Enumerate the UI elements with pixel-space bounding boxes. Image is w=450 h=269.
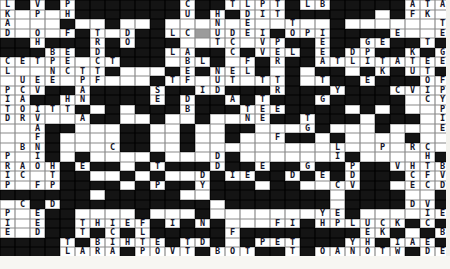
grid-cell[interactable] [165, 171, 180, 181]
grid-cell[interactable] [210, 209, 225, 219]
grid-cell[interactable] [420, 133, 435, 143]
grid-cell[interactable]: I [390, 238, 405, 248]
grid-cell[interactable]: E [240, 29, 255, 39]
grid-cell[interactable]: P [270, 38, 285, 48]
grid-cell[interactable]: A [15, 162, 30, 172]
grid-cell[interactable]: D [45, 200, 60, 210]
grid-cell[interactable]: O [30, 162, 45, 172]
grid-cell[interactable] [300, 19, 315, 29]
grid-cell[interactable]: E [240, 19, 255, 29]
grid-cell[interactable]: G [300, 162, 315, 172]
grid-cell[interactable]: T [240, 105, 255, 115]
grid-cell[interactable]: U [180, 10, 195, 20]
grid-cell[interactable] [30, 171, 45, 181]
grid-cell[interactable] [90, 124, 105, 134]
grid-cell[interactable]: T [420, 38, 435, 48]
grid-cell[interactable] [330, 124, 345, 134]
grid-cell[interactable]: T [420, 162, 435, 172]
grid-cell[interactable]: T [300, 114, 315, 124]
grid-cell[interactable]: F [90, 76, 105, 86]
grid-cell[interactable]: D [210, 162, 225, 172]
grid-cell[interactable]: D [30, 228, 45, 238]
grid-cell[interactable] [120, 114, 135, 124]
grid-cell[interactable] [420, 19, 435, 29]
grid-cell[interactable] [240, 219, 255, 229]
grid-cell[interactable]: D [210, 86, 225, 96]
grid-cell[interactable]: F [60, 29, 75, 39]
grid-cell[interactable] [375, 152, 390, 162]
grid-cell[interactable]: C [420, 143, 435, 153]
grid-cell[interactable] [195, 38, 210, 48]
grid-cell[interactable] [405, 124, 420, 134]
grid-cell[interactable] [210, 124, 225, 134]
grid-cell[interactable] [15, 181, 30, 191]
grid-cell[interactable] [360, 209, 375, 219]
grid-cell[interactable] [255, 219, 270, 229]
grid-cell[interactable]: V [30, 114, 45, 124]
grid-cell[interactable]: I [315, 29, 330, 39]
grid-cell[interactable] [165, 143, 180, 153]
grid-cell[interactable] [255, 143, 270, 153]
grid-cell[interactable] [165, 114, 180, 124]
grid-cell[interactable] [345, 124, 360, 134]
grid-cell[interactable] [195, 124, 210, 134]
grid-cell[interactable] [270, 143, 285, 153]
grid-cell[interactable] [90, 171, 105, 181]
grid-cell[interactable] [255, 133, 270, 143]
grid-cell[interactable]: C [390, 86, 405, 96]
grid-cell[interactable] [315, 19, 330, 29]
grid-cell[interactable]: N [210, 19, 225, 29]
grid-cell[interactable]: E [360, 228, 375, 238]
grid-cell[interactable]: E [15, 57, 30, 67]
grid-cell[interactable] [120, 105, 135, 115]
grid-cell[interactable] [75, 57, 90, 67]
grid-cell[interactable]: V [390, 162, 405, 172]
grid-cell[interactable]: H [60, 95, 75, 105]
grid-cell[interactable] [300, 67, 315, 77]
grid-cell[interactable]: T [255, 76, 270, 86]
grid-cell[interactable]: I [285, 219, 300, 229]
grid-cell[interactable]: T [90, 67, 105, 77]
grid-cell[interactable]: V [30, 86, 45, 96]
grid-cell[interactable]: L [240, 67, 255, 77]
grid-cell[interactable] [315, 181, 330, 191]
grid-cell[interactable] [390, 181, 405, 191]
grid-cell[interactable]: D [345, 48, 360, 58]
grid-cell[interactable] [60, 114, 75, 124]
grid-cell[interactable]: T [315, 76, 330, 86]
grid-cell[interactable]: R [270, 86, 285, 96]
grid-cell[interactable]: L [240, 0, 255, 10]
grid-cell[interactable]: T [75, 219, 90, 229]
grid-cell[interactable]: E [30, 209, 45, 219]
grid-cell[interactable] [240, 209, 255, 219]
grid-cell[interactable]: A [0, 19, 15, 29]
grid-cell[interactable]: L [0, 67, 15, 77]
grid-cell[interactable] [345, 105, 360, 115]
grid-cell[interactable] [120, 209, 135, 219]
grid-cell[interactable] [330, 200, 345, 210]
grid-cell[interactable] [105, 133, 120, 143]
grid-cell[interactable] [60, 133, 75, 143]
grid-cell[interactable]: D [285, 171, 300, 181]
grid-cell[interactable] [225, 114, 240, 124]
grid-cell[interactable]: T [225, 76, 240, 86]
grid-cell[interactable] [195, 143, 210, 153]
grid-cell[interactable]: T [90, 29, 105, 39]
grid-cell[interactable] [345, 19, 360, 29]
grid-cell[interactable] [360, 124, 375, 134]
grid-cell[interactable]: E [150, 238, 165, 248]
grid-cell[interactable] [180, 114, 195, 124]
grid-cell[interactable]: H [120, 238, 135, 248]
grid-cell[interactable]: A [225, 95, 240, 105]
grid-cell[interactable] [90, 19, 105, 29]
grid-cell[interactable] [240, 38, 255, 48]
grid-cell[interactable]: C [0, 57, 15, 67]
grid-cell[interactable]: P [60, 0, 75, 10]
grid-cell[interactable] [45, 19, 60, 29]
grid-cell[interactable]: I [255, 10, 270, 20]
grid-cell[interactable] [360, 152, 375, 162]
grid-cell[interactable] [255, 152, 270, 162]
grid-cell[interactable] [120, 152, 135, 162]
grid-cell[interactable]: T [60, 238, 75, 248]
grid-cell[interactable]: G [360, 38, 375, 48]
grid-cell[interactable] [165, 152, 180, 162]
grid-cell[interactable]: T [330, 57, 345, 67]
grid-cell[interactable] [150, 67, 165, 77]
grid-cell[interactable]: E [30, 219, 45, 229]
grid-cell[interactable]: L [165, 29, 180, 39]
grid-cell[interactable]: F [405, 10, 420, 20]
grid-cell[interactable] [375, 133, 390, 143]
grid-cell[interactable]: T [135, 238, 150, 248]
grid-cell[interactable] [120, 67, 135, 77]
grid-cell[interactable] [60, 76, 75, 86]
grid-cell[interactable] [45, 114, 60, 124]
grid-cell[interactable]: A [180, 48, 195, 58]
grid-cell[interactable]: I [330, 152, 345, 162]
grid-cell[interactable] [390, 209, 405, 219]
grid-cell[interactable]: N [75, 95, 90, 105]
grid-cell[interactable]: K [0, 10, 15, 20]
grid-cell[interactable] [135, 171, 150, 181]
grid-cell[interactable]: P [150, 181, 165, 191]
grid-cell[interactable] [285, 209, 300, 219]
grid-cell[interactable]: E [360, 76, 375, 86]
grid-cell[interactable]: L [0, 0, 15, 10]
grid-cell[interactable] [180, 38, 195, 48]
grid-cell[interactable] [0, 76, 15, 86]
grid-cell[interactable] [105, 171, 120, 181]
grid-cell[interactable]: T [375, 57, 390, 67]
grid-cell[interactable]: O [420, 76, 435, 86]
grid-cell[interactable]: F [270, 133, 285, 143]
grid-cell[interactable]: R [90, 38, 105, 48]
grid-cell[interactable]: H [210, 10, 225, 20]
grid-cell[interactable]: D [90, 48, 105, 58]
grid-cell[interactable] [45, 29, 60, 39]
grid-cell[interactable]: E [45, 76, 60, 86]
grid-cell[interactable]: V [255, 38, 270, 48]
grid-cell[interactable]: T [30, 57, 45, 67]
grid-cell[interactable]: V [420, 200, 435, 210]
grid-cell[interactable]: I [0, 171, 15, 181]
grid-cell[interactable] [15, 67, 30, 77]
grid-cell[interactable]: P [75, 76, 90, 86]
grid-cell[interactable] [225, 238, 240, 248]
grid-cell[interactable]: B [15, 143, 30, 153]
grid-cell[interactable]: N [210, 67, 225, 77]
grid-cell[interactable]: E [315, 38, 330, 48]
grid-cell[interactable]: E [255, 105, 270, 115]
grid-cell[interactable]: C [90, 57, 105, 67]
grid-cell[interactable] [105, 152, 120, 162]
grid-cell[interactable]: N [45, 67, 60, 77]
grid-cell[interactable] [165, 124, 180, 134]
grid-cell[interactable]: F [135, 219, 150, 229]
grid-cell[interactable] [315, 133, 330, 143]
grid-cell[interactable]: H [30, 38, 45, 48]
grid-cell[interactable]: P [0, 152, 15, 162]
grid-cell[interactable]: T [285, 238, 300, 248]
grid-cell[interactable]: G [300, 124, 315, 134]
grid-cell[interactable]: D [405, 200, 420, 210]
grid-cell[interactable]: U [360, 219, 375, 229]
grid-cell[interactable] [225, 143, 240, 153]
grid-cell[interactable]: B [90, 238, 105, 248]
grid-cell[interactable]: H [90, 219, 105, 229]
grid-cell[interactable]: D [240, 10, 255, 20]
grid-cell[interactable]: P [330, 219, 345, 229]
grid-cell[interactable]: U [15, 76, 30, 86]
grid-cell[interactable] [60, 143, 75, 153]
grid-cell[interactable] [0, 124, 15, 134]
grid-cell[interactable]: K [420, 10, 435, 20]
grid-cell[interactable] [420, 114, 435, 124]
grid-cell[interactable] [240, 152, 255, 162]
grid-cell[interactable]: C [60, 67, 75, 77]
grid-cell[interactable]: D [0, 114, 15, 124]
grid-cell[interactable]: A [75, 86, 90, 96]
grid-cell[interactable]: E [120, 219, 135, 229]
grid-cell[interactable]: B [315, 0, 330, 10]
grid-cell[interactable]: E [390, 29, 405, 39]
grid-cell[interactable] [105, 29, 120, 39]
grid-cell[interactable] [180, 152, 195, 162]
grid-cell[interactable]: D [0, 29, 15, 39]
grid-cell[interactable]: L [330, 143, 345, 153]
grid-cell[interactable]: C [375, 219, 390, 229]
grid-cell[interactable] [405, 209, 420, 219]
grid-cell[interactable]: T [45, 105, 60, 115]
grid-cell[interactable]: S [150, 86, 165, 96]
grid-cell[interactable] [390, 152, 405, 162]
grid-cell[interactable]: L [195, 57, 210, 67]
grid-cell[interactable] [105, 124, 120, 134]
grid-cell[interactable]: I [0, 95, 15, 105]
grid-cell[interactable]: L [135, 228, 150, 238]
grid-cell[interactable] [285, 152, 300, 162]
grid-cell[interactable]: V [405, 86, 420, 96]
grid-cell[interactable] [300, 76, 315, 86]
grid-cell[interactable]: G [315, 95, 330, 105]
grid-cell[interactable]: F [270, 219, 285, 229]
grid-cell[interactable] [405, 152, 420, 162]
grid-cell[interactable] [195, 133, 210, 143]
grid-cell[interactable] [165, 57, 180, 67]
grid-cell[interactable] [180, 190, 195, 200]
grid-cell[interactable]: D [180, 95, 195, 105]
grid-cell[interactable]: E [270, 238, 285, 248]
grid-cell[interactable]: N [30, 143, 45, 153]
grid-cell[interactable] [90, 190, 105, 200]
grid-cell[interactable]: N [195, 219, 210, 229]
grid-cell[interactable]: T [210, 38, 225, 48]
grid-cell[interactable]: U [210, 29, 225, 39]
grid-cell[interactable] [180, 209, 195, 219]
grid-cell[interactable]: U [210, 76, 225, 86]
grid-cell[interactable] [255, 19, 270, 29]
grid-cell[interactable] [195, 190, 210, 200]
grid-cell[interactable]: E [60, 48, 75, 58]
grid-cell[interactable]: T [285, 19, 300, 29]
grid-cell[interactable] [210, 200, 225, 210]
grid-cell[interactable]: C [420, 95, 435, 105]
grid-cell[interactable]: C [225, 48, 240, 58]
grid-cell[interactable] [405, 190, 420, 200]
grid-cell[interactable]: T [45, 171, 60, 181]
grid-cell[interactable]: D [210, 152, 225, 162]
grid-cell[interactable]: E [75, 162, 90, 172]
grid-cell[interactable]: L [300, 0, 315, 10]
grid-cell[interactable] [390, 143, 405, 153]
grid-cell[interactable]: P [375, 143, 390, 153]
grid-cell[interactable] [330, 190, 345, 200]
grid-cell[interactable] [75, 133, 90, 143]
grid-cell[interactable] [345, 133, 360, 143]
grid-cell[interactable] [30, 19, 45, 29]
grid-cell[interactable] [165, 19, 180, 29]
grid-cell[interactable]: E [315, 171, 330, 181]
grid-cell[interactable] [150, 143, 165, 153]
grid-cell[interactable] [420, 124, 435, 134]
grid-cell[interactable] [135, 114, 150, 124]
grid-cell[interactable]: L [345, 219, 360, 229]
grid-cell[interactable] [360, 114, 375, 124]
grid-cell[interactable] [225, 19, 240, 29]
grid-cell[interactable]: O [15, 105, 30, 115]
grid-cell[interactable]: Y [330, 86, 345, 96]
grid-cell[interactable]: T [75, 67, 90, 77]
grid-cell[interactable] [60, 152, 75, 162]
grid-cell[interactable]: Y [315, 209, 330, 219]
grid-cell[interactable] [75, 19, 90, 29]
grid-cell[interactable]: D [120, 29, 135, 39]
grid-cell[interactable] [270, 19, 285, 29]
grid-cell[interactable]: A [315, 57, 330, 67]
grid-cell[interactable]: E [30, 76, 45, 86]
grid-cell[interactable]: O [120, 38, 135, 48]
grid-cell[interactable] [420, 29, 435, 39]
grid-cell[interactable] [315, 152, 330, 162]
grid-cell[interactable]: T [75, 228, 90, 238]
grid-cell[interactable] [0, 133, 15, 143]
grid-cell[interactable]: D [225, 29, 240, 39]
grid-cell[interactable]: T [0, 105, 15, 115]
grid-cell[interactable]: K [375, 228, 390, 238]
grid-cell[interactable]: R [0, 162, 15, 172]
grid-cell[interactable]: D [195, 238, 210, 248]
grid-cell[interactable]: P [0, 209, 15, 219]
grid-cell[interactable]: U [405, 67, 420, 77]
grid-cell[interactable] [195, 76, 210, 86]
grid-cell[interactable]: B [45, 48, 60, 58]
grid-cell[interactable]: I [105, 238, 120, 248]
grid-cell[interactable]: H [405, 162, 420, 172]
grid-cell[interactable]: C [180, 29, 195, 39]
grid-cell[interactable] [165, 133, 180, 143]
grid-cell[interactable]: I [30, 152, 45, 162]
grid-cell[interactable]: F [180, 76, 195, 86]
grid-cell[interactable]: I [30, 105, 45, 115]
grid-cell[interactable] [405, 105, 420, 115]
grid-cell[interactable] [225, 57, 240, 67]
grid-cell[interactable]: P [255, 0, 270, 10]
grid-cell[interactable]: T [420, 67, 435, 77]
grid-cell[interactable] [120, 19, 135, 29]
grid-cell[interactable]: R [15, 114, 30, 124]
grid-cell[interactable] [405, 29, 420, 39]
grid-cell[interactable]: C [105, 143, 120, 153]
grid-cell[interactable]: E [330, 209, 345, 219]
grid-cell[interactable]: L [345, 57, 360, 67]
grid-cell[interactable] [105, 209, 120, 219]
grid-cell[interactable]: C [15, 86, 30, 96]
grid-cell[interactable] [135, 19, 150, 29]
grid-cell[interactable] [240, 143, 255, 153]
grid-cell[interactable]: P [45, 181, 60, 191]
grid-cell[interactable]: C [15, 171, 30, 181]
grid-cell[interactable]: I [420, 209, 435, 219]
grid-cell[interactable] [15, 219, 30, 229]
grid-cell[interactable] [15, 124, 30, 134]
grid-cell[interactable] [75, 124, 90, 134]
grid-cell[interactable] [120, 181, 135, 191]
grid-cell[interactable] [90, 209, 105, 219]
grid-cell[interactable] [15, 19, 30, 29]
grid-cell[interactable] [345, 67, 360, 77]
grid-cell[interactable] [150, 133, 165, 143]
grid-cell[interactable]: C [105, 228, 120, 238]
grid-cell[interactable]: E [240, 171, 255, 181]
grid-cell[interactable]: L [285, 48, 300, 58]
grid-cell[interactable] [300, 143, 315, 153]
grid-cell[interactable] [240, 76, 255, 86]
grid-cell[interactable] [105, 76, 120, 86]
grid-cell[interactable]: E [60, 57, 75, 67]
grid-cell[interactable] [405, 228, 420, 238]
grid-cell[interactable]: E [420, 57, 435, 67]
grid-cell[interactable]: A [15, 95, 30, 105]
grid-cell[interactable] [15, 133, 30, 143]
grid-cell[interactable] [255, 124, 270, 134]
grid-cell[interactable]: E [270, 105, 285, 115]
grid-cell[interactable]: F [30, 133, 45, 143]
grid-cell[interactable]: F [420, 171, 435, 181]
